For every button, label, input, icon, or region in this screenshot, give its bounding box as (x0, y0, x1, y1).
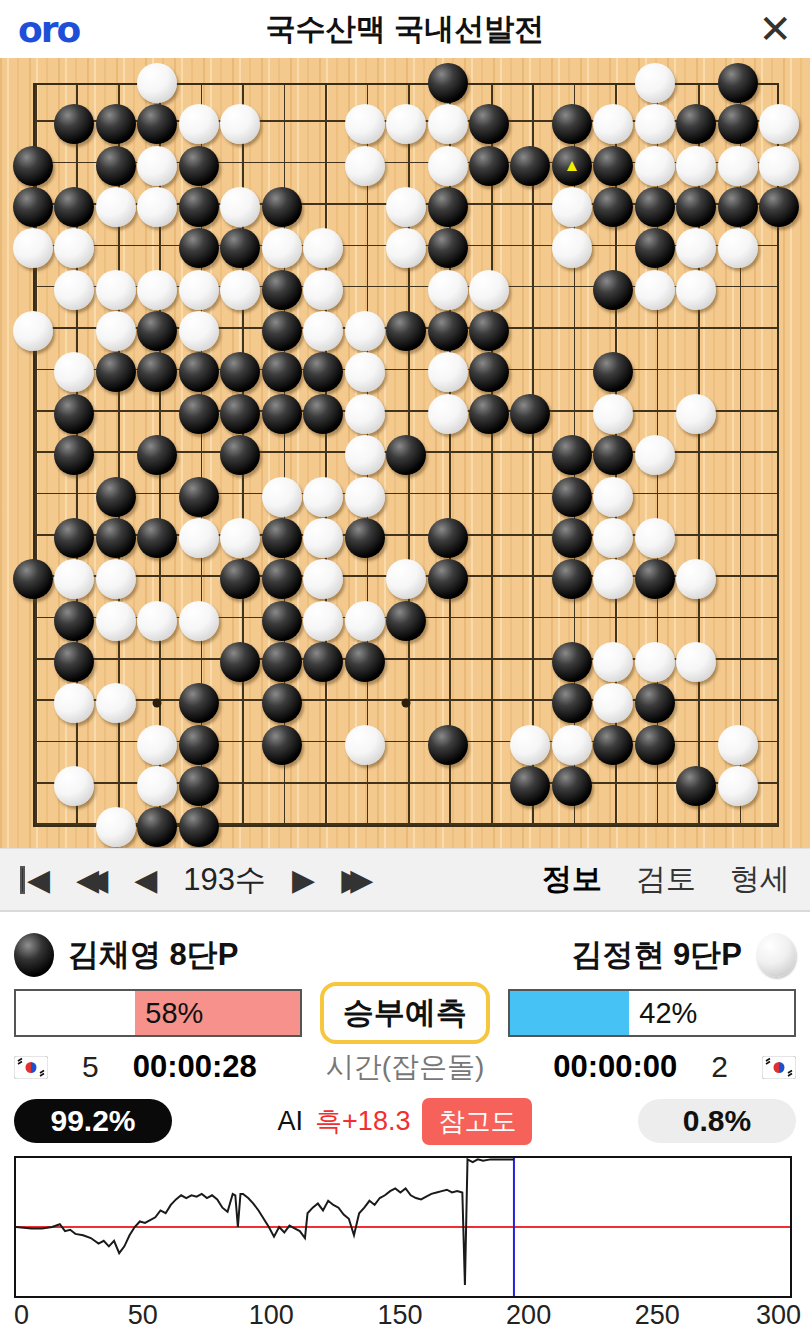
black-stone (718, 187, 758, 227)
black-stone (54, 601, 94, 641)
black-winrate-label: 58% (135, 997, 203, 1030)
tab-territory[interactable]: 형세 (730, 859, 790, 900)
white-stone (593, 394, 633, 434)
prev-move-button[interactable]: ◀ (134, 865, 157, 895)
white-stone (718, 228, 758, 268)
white-stone (96, 601, 136, 641)
white-stone (552, 187, 592, 227)
korea-flag-icon (14, 1056, 48, 1079)
black-stone (428, 63, 468, 103)
players-row: 김채영 8단P 김정현 9단P (14, 926, 796, 984)
white-stone (137, 146, 177, 186)
white-stone (179, 518, 219, 558)
move-counter: 193수 (183, 859, 266, 901)
black-stone (510, 146, 550, 186)
black-stone (593, 146, 633, 186)
black-stone (635, 559, 675, 599)
black-stone (593, 435, 633, 475)
fast-rewind-button[interactable]: ◀◀ (76, 865, 108, 895)
black-stone (428, 187, 468, 227)
white-stone (635, 518, 675, 558)
white-stone (54, 352, 94, 392)
white-stone (676, 270, 716, 310)
black-stone (179, 766, 219, 806)
black-stone (137, 435, 177, 475)
white-stone (96, 559, 136, 599)
white-stone (54, 766, 94, 806)
black-stone (676, 187, 716, 227)
white-stone (96, 311, 136, 351)
white-stone (386, 228, 426, 268)
black-player-name: 김채영 8단P (68, 934, 239, 976)
black-stone (593, 725, 633, 765)
black-stone (345, 518, 385, 558)
black-stone (262, 187, 302, 227)
black-stone (54, 187, 94, 227)
black-stone (469, 311, 509, 351)
white-winrate-bar: 42% (508, 989, 796, 1037)
black-stone (428, 228, 468, 268)
black-winrate-bar: 58% (14, 989, 302, 1037)
black-stone (303, 352, 343, 392)
white-stone (718, 725, 758, 765)
white-stone (552, 228, 592, 268)
white-stone (759, 104, 799, 144)
black-stone (345, 642, 385, 682)
white-stone (179, 311, 219, 351)
black-stone (220, 435, 260, 475)
white-stone (428, 352, 468, 392)
black-stone (96, 518, 136, 558)
black-stone (718, 63, 758, 103)
white-stone (137, 187, 177, 227)
title-bar: oro 국수산맥 국내선발전 ✕ (0, 0, 810, 58)
white-stone (635, 435, 675, 475)
black-stone (676, 104, 716, 144)
black-stone (262, 725, 302, 765)
black-stone (262, 270, 302, 310)
black-stone (137, 104, 177, 144)
white-stone (137, 766, 177, 806)
ai-row: 99.2% AI 흑+18.3 참고도 0.8% (14, 1096, 796, 1146)
black-stone (552, 435, 592, 475)
black-stone (428, 311, 468, 351)
white-winrate-label: 42% (629, 997, 697, 1030)
black-stone (718, 104, 758, 144)
black-stone (262, 642, 302, 682)
black-stone (635, 228, 675, 268)
black-stone (303, 394, 343, 434)
white-stone (593, 104, 633, 144)
black-stone (179, 352, 219, 392)
white-stone (345, 394, 385, 434)
black-stone (386, 311, 426, 351)
white-stone (345, 146, 385, 186)
white-stone (345, 601, 385, 641)
black-stone (552, 642, 592, 682)
white-stone (386, 559, 426, 599)
black-stone (593, 352, 633, 392)
white-ai-winrate-pill: 0.8% (638, 1099, 796, 1143)
white-stone (676, 146, 716, 186)
white-stone (345, 311, 385, 351)
black-stone (137, 518, 177, 558)
black-stone (676, 766, 716, 806)
white-stone (262, 477, 302, 517)
white-stone-icon (756, 933, 796, 977)
black-stone (137, 311, 177, 351)
white-stone (718, 146, 758, 186)
white-stone (96, 683, 136, 723)
white-stone (345, 104, 385, 144)
white-stone (137, 725, 177, 765)
tab-info[interactable]: 정보 (542, 859, 602, 900)
move-nav-bar: ◀ ◀◀ ◀ 193수 ▶ ▶▶ 정보 검토 형세 (0, 848, 810, 912)
black-stone (137, 352, 177, 392)
korea-flag-icon (762, 1056, 796, 1079)
black-stone (13, 559, 53, 599)
black-stone (96, 352, 136, 392)
black-stone (179, 807, 219, 847)
white-stone (552, 725, 592, 765)
white-stone (386, 104, 426, 144)
black-stone (262, 394, 302, 434)
black-stone (510, 394, 550, 434)
black-stone (386, 435, 426, 475)
black-stone (179, 228, 219, 268)
white-stone (179, 270, 219, 310)
white-stone (593, 683, 633, 723)
black-stone (13, 146, 53, 186)
white-stone (220, 104, 260, 144)
black-stone (428, 725, 468, 765)
black-stone (635, 187, 675, 227)
white-stone (54, 270, 94, 310)
white-stone (220, 270, 260, 310)
white-stone (303, 270, 343, 310)
white-stone (345, 352, 385, 392)
black-ai-winrate-pill: 99.2% (14, 1099, 172, 1143)
black-stone (179, 146, 219, 186)
white-stone (676, 394, 716, 434)
white-stone (759, 146, 799, 186)
black-stone (428, 559, 468, 599)
white-stone (137, 63, 177, 103)
black-stone (179, 394, 219, 434)
predict-button[interactable]: 승부예측 (320, 982, 490, 1044)
black-stone (220, 394, 260, 434)
black-stone (428, 518, 468, 558)
black-stone (220, 228, 260, 268)
black-stone (137, 807, 177, 847)
black-stone (262, 601, 302, 641)
hoshi-point (153, 699, 162, 708)
black-stone (96, 477, 136, 517)
white-stone (220, 187, 260, 227)
white-stone (303, 518, 343, 558)
white-stone (635, 104, 675, 144)
white-stone (303, 477, 343, 517)
white-stone (593, 518, 633, 558)
tab-review[interactable]: 검토 (636, 859, 696, 900)
black-stone (96, 104, 136, 144)
white-stone (303, 311, 343, 351)
white-stone (345, 435, 385, 475)
white-stone (54, 559, 94, 599)
black-stone (552, 559, 592, 599)
ai-label: AI (278, 1106, 304, 1137)
black-stone (635, 683, 675, 723)
white-clock: 00:00:00 (553, 1049, 677, 1085)
black-stone (469, 104, 509, 144)
black-stone (303, 642, 343, 682)
black-stone (759, 187, 799, 227)
black-stone (552, 477, 592, 517)
prediction-row: 58% 승부예측 42% (14, 984, 796, 1042)
black-stone (386, 601, 426, 641)
black-stone (54, 518, 94, 558)
black-stone (552, 104, 592, 144)
black-stone (552, 683, 592, 723)
white-stone (593, 559, 633, 599)
white-stone (262, 228, 302, 268)
reference-diagram-button[interactable]: 참고도 (422, 1098, 532, 1145)
white-stone (635, 63, 675, 103)
white-stone (96, 807, 136, 847)
white-stone (510, 725, 550, 765)
black-stone (54, 642, 94, 682)
clock-row: 5 00:00:28 시간(잡은돌) 00:00:00 2 (14, 1044, 796, 1090)
go-board[interactable]: ▲ (0, 58, 810, 848)
black-stone (220, 642, 260, 682)
close-icon[interactable]: ✕ (758, 9, 792, 49)
black-clock: 00:00:28 (133, 1049, 257, 1085)
black-stone (54, 394, 94, 434)
white-stone (469, 270, 509, 310)
black-stone (552, 766, 592, 806)
oro-logo[interactable]: oro (18, 9, 79, 50)
black-stone (96, 146, 136, 186)
white-stone (345, 725, 385, 765)
black-stone (220, 559, 260, 599)
hoshi-point (402, 699, 411, 708)
white-stone (345, 477, 385, 517)
white-player-name: 김정현 9단P (571, 934, 742, 976)
white-stone (635, 270, 675, 310)
black-stone (593, 270, 633, 310)
white-stone (428, 104, 468, 144)
white-stone (635, 642, 675, 682)
black-stone (179, 683, 219, 723)
white-stone (676, 559, 716, 599)
white-stone (676, 228, 716, 268)
black-stone (13, 187, 53, 227)
black-stone (469, 352, 509, 392)
black-stone (593, 187, 633, 227)
white-stone (428, 270, 468, 310)
white-captures: 2 (711, 1050, 728, 1084)
white-stone (718, 766, 758, 806)
black-stone (179, 187, 219, 227)
white-stone (179, 601, 219, 641)
fast-forward-button[interactable]: ▶▶ (341, 865, 373, 895)
white-stone (303, 559, 343, 599)
winrate-graph[interactable]: 050100150200250300 (14, 1156, 796, 1331)
winrate-curve (16, 1159, 514, 1285)
black-stone (510, 766, 550, 806)
white-stone (96, 270, 136, 310)
next-move-button[interactable]: ▶ (292, 865, 315, 895)
black-stone (262, 559, 302, 599)
white-stone (386, 187, 426, 227)
page-title: 국수산맥 국내선발전 (0, 9, 810, 50)
white-stone (179, 104, 219, 144)
graph-x-axis: 050100150200250300 (14, 1300, 796, 1331)
black-stone (179, 477, 219, 517)
white-stone (54, 228, 94, 268)
white-stone (303, 228, 343, 268)
white-stone (676, 642, 716, 682)
white-stone (13, 311, 53, 351)
black-stone (262, 311, 302, 351)
white-stone (428, 394, 468, 434)
white-stone (96, 187, 136, 227)
black-stone (179, 725, 219, 765)
black-stone (469, 394, 509, 434)
white-stone (303, 601, 343, 641)
white-stone (54, 683, 94, 723)
go-to-start-button[interactable]: ◀ (20, 865, 50, 895)
white-stone (137, 601, 177, 641)
white-stone (593, 477, 633, 517)
black-stone (635, 725, 675, 765)
last-move-marker: ▲ (563, 157, 580, 174)
white-stone (593, 642, 633, 682)
white-stone (220, 518, 260, 558)
white-stone (635, 146, 675, 186)
black-stone: ▲ (552, 146, 592, 186)
white-stone (428, 146, 468, 186)
black-stone (262, 683, 302, 723)
black-stone (54, 104, 94, 144)
white-stone (13, 228, 53, 268)
black-stone (262, 352, 302, 392)
white-stone (137, 270, 177, 310)
black-captures: 5 (82, 1050, 99, 1084)
black-stone-icon (14, 933, 54, 977)
black-stone (262, 518, 302, 558)
black-stone (220, 352, 260, 392)
black-stone (54, 435, 94, 475)
ai-score: 흑+18.3 (315, 1103, 410, 1139)
black-stone (552, 518, 592, 558)
black-stone (469, 146, 509, 186)
